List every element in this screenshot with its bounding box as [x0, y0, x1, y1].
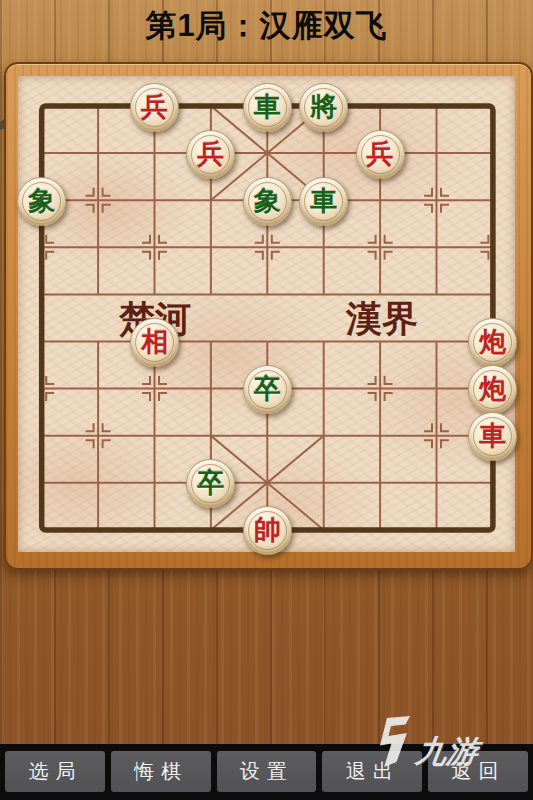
- board-frame: 楚河 漢界 兵車將兵兵象象車相炮卒炮車卒帥: [4, 62, 533, 570]
- exit-button[interactable]: 退出: [322, 751, 422, 792]
- back-button[interactable]: 返回: [428, 751, 528, 792]
- piece-red-cannon[interactable]: 炮: [468, 365, 517, 414]
- piece-red-soldier[interactable]: 兵: [130, 83, 179, 132]
- piece-green-chariot[interactable]: 車: [243, 83, 292, 132]
- piece-green-elephant[interactable]: 象: [243, 177, 292, 226]
- piece-red-general[interactable]: 帥: [243, 506, 292, 555]
- select-game-button[interactable]: 选局: [5, 751, 105, 792]
- piece-green-soldier[interactable]: 卒: [243, 365, 292, 414]
- piece-red-soldier[interactable]: 兵: [186, 130, 235, 179]
- piece-green-chariot[interactable]: 車: [299, 177, 348, 226]
- piece-grid[interactable]: 兵車將兵兵象象車相炮卒炮車卒帥: [14, 83, 522, 554]
- xiangqi-app: 第1局：汉雁双飞 楚河 漢界 兵車將兵兵象象車相炮卒炮車卒帥 选局 悔棋 设置 …: [0, 0, 533, 800]
- page-title: 第1局：汉雁双飞: [0, 5, 533, 47]
- piece-green-soldier[interactable]: 卒: [186, 459, 235, 508]
- piece-red-cannon[interactable]: 炮: [468, 318, 517, 367]
- settings-button[interactable]: 设置: [217, 751, 317, 792]
- piece-red-chariot[interactable]: 車: [468, 412, 517, 461]
- piece-green-general[interactable]: 將: [299, 83, 348, 132]
- board-paper: 楚河 漢界 兵車將兵兵象象車相炮卒炮車卒帥: [18, 76, 515, 552]
- piece-red-soldier[interactable]: 兵: [356, 130, 405, 179]
- piece-green-elephant[interactable]: 象: [17, 177, 66, 226]
- bottom-toolbar: 选局 悔棋 设置 退出 返回: [0, 744, 533, 800]
- piece-red-elephant[interactable]: 相: [130, 318, 179, 367]
- undo-move-button[interactable]: 悔棋: [111, 751, 211, 792]
